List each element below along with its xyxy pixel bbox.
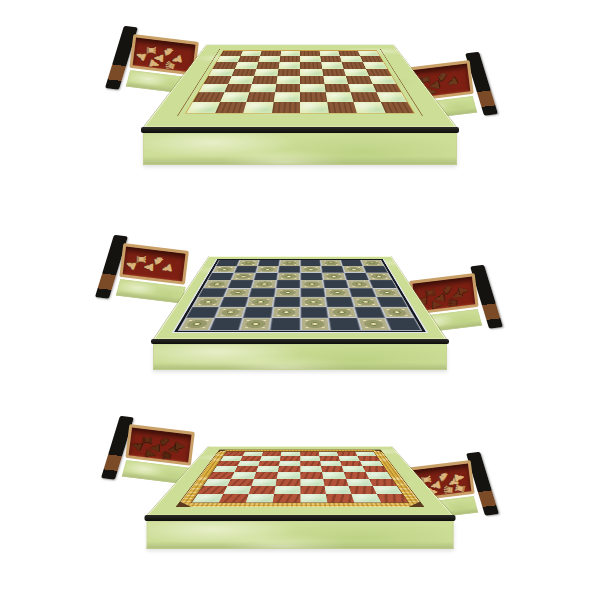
chess-square — [325, 494, 354, 503]
chess-square — [249, 288, 275, 297]
chess-square — [341, 260, 363, 266]
chess-piece: ♟ — [160, 262, 174, 275]
chess-piece: ♛ — [446, 297, 459, 308]
chess-square — [300, 102, 328, 113]
chess-square — [327, 307, 356, 318]
chess-square — [249, 486, 276, 494]
chess-square — [272, 102, 300, 113]
chess-square — [186, 307, 218, 318]
chess-square — [380, 102, 413, 113]
chess-square — [273, 92, 300, 102]
field-border — [177, 49, 423, 116]
chess-square — [278, 266, 299, 272]
chess-square — [179, 318, 214, 330]
field-border — [174, 259, 426, 332]
chess-square — [275, 84, 300, 93]
drawer-felt-well: ♟♜♟♞♟♟♛♟ — [125, 424, 195, 466]
chess-square — [361, 260, 384, 266]
field-inner-line — [191, 451, 409, 502]
chess-square — [325, 92, 353, 102]
chess-square — [324, 84, 351, 93]
chess-square — [224, 288, 251, 297]
chess-square — [270, 318, 299, 330]
chess-square — [243, 307, 272, 318]
terracotta-mint-mosaic-chess-box: ♟♜♟♞♟♟♛♟ ♟♜♟♞♟♟♛♟♜♟ — [0, 428, 600, 549]
edge-trim — [145, 515, 456, 521]
chess-square — [372, 84, 401, 93]
chess-square — [300, 92, 327, 102]
chess-square — [326, 297, 354, 307]
chess-piece: ♜ — [453, 482, 467, 495]
chess-square — [347, 280, 373, 288]
chess-square — [322, 69, 346, 76]
chess-square — [321, 260, 342, 266]
chess-square — [228, 280, 254, 288]
chess-square — [275, 288, 300, 297]
chess-board-grid — [192, 452, 408, 503]
edge-trim — [141, 127, 459, 133]
chess-square — [203, 280, 230, 288]
chess-square — [193, 297, 223, 307]
chess-square — [234, 266, 257, 272]
chess-square — [252, 479, 277, 486]
chess-square — [249, 84, 276, 93]
green-onyx-walnut-chess-box: ♟♜♟♞♟♟♛ ♟♜♟♞♟♟ — [0, 20, 600, 165]
chess-square — [321, 266, 343, 272]
box-front — [147, 521, 454, 549]
chess-square — [254, 273, 277, 280]
chess-board-grid — [186, 51, 413, 114]
chess-square — [344, 69, 369, 76]
navy-brass-arabesque-chess-box: ♟♜♟♞♟ ♟♜♟♞♟♟♛♟ — [0, 235, 600, 370]
chess-square — [329, 318, 360, 330]
field-inner-line — [185, 50, 415, 113]
chess-square — [323, 76, 348, 84]
chess-square — [275, 486, 300, 494]
chess-square — [343, 266, 366, 272]
chess-square — [300, 76, 324, 84]
chess-square — [352, 297, 381, 307]
chess-square — [369, 76, 397, 84]
chess-square — [365, 69, 391, 76]
chess-square — [277, 273, 299, 280]
chess-square — [246, 92, 274, 102]
chess-square — [300, 307, 328, 318]
chess-square — [273, 494, 300, 503]
chess-square — [300, 273, 322, 280]
chess-square — [327, 102, 357, 113]
chess-square — [300, 260, 320, 266]
chess-square — [354, 307, 385, 318]
chess-square — [198, 288, 226, 297]
chess-square — [325, 288, 351, 297]
chess-square — [300, 266, 321, 272]
chess-square — [324, 280, 349, 288]
chess-piece: ♟ — [430, 299, 443, 310]
chess-square — [300, 479, 324, 486]
drawer-felt-well: ♟♜♟♞♟ — [119, 243, 189, 285]
chess-square — [246, 494, 275, 503]
chess-piece: ♟ — [456, 285, 469, 297]
chess-square — [322, 273, 345, 280]
chess-square — [209, 318, 242, 330]
chess-piece: ♛ — [163, 59, 178, 73]
chess-square — [349, 288, 376, 297]
chess-square — [224, 84, 252, 93]
chess-square — [300, 486, 325, 494]
chess-box-product-stack: ♟♜♟♞♟♟♛ ♟♜♟♞♟♟ — [0, 20, 600, 549]
chess-square — [243, 102, 273, 113]
chess-square — [358, 318, 391, 330]
chess-board-grid — [178, 260, 422, 331]
chess-square — [224, 486, 252, 494]
edge-trim — [151, 339, 449, 344]
chess-square — [364, 266, 388, 272]
chess-square — [372, 486, 402, 494]
chess-piece: ♟ — [173, 440, 186, 452]
chess-square — [373, 288, 401, 297]
chess-square — [323, 479, 348, 486]
chess-piece: ♟ — [147, 57, 162, 71]
chess-square — [237, 260, 259, 266]
chess-square — [381, 307, 413, 318]
chess-square — [300, 318, 329, 330]
chess-square — [300, 280, 324, 288]
chess-piece: ♟ — [143, 447, 158, 461]
chess-square — [273, 297, 299, 307]
field-inner-line — [178, 260, 422, 331]
chess-square — [212, 266, 236, 272]
box-front — [143, 133, 457, 165]
chess-square — [258, 260, 279, 266]
chess-square — [376, 494, 408, 503]
chess-square — [215, 102, 247, 113]
chess-square — [246, 297, 274, 307]
chess-square — [254, 69, 278, 76]
chess-square — [215, 307, 246, 318]
chess-square — [369, 479, 397, 486]
chess-square — [324, 486, 351, 494]
chess-square — [231, 69, 256, 76]
chess-square — [345, 273, 369, 280]
box-front — [153, 344, 447, 370]
chess-square — [276, 76, 300, 84]
chess-square — [300, 69, 323, 76]
chess-square — [367, 273, 392, 280]
chess-square — [240, 318, 271, 330]
chess-square — [276, 479, 300, 486]
chess-square — [370, 280, 397, 288]
chess-square — [277, 69, 300, 76]
chess-square — [386, 318, 421, 330]
chess-square — [256, 266, 278, 272]
chess-square — [208, 273, 233, 280]
chess-square — [279, 260, 299, 266]
chess-square — [252, 280, 277, 288]
chess-square — [231, 273, 255, 280]
chess-square — [220, 92, 250, 102]
chess-square — [228, 76, 254, 84]
chess-square — [276, 280, 300, 288]
chess-square — [300, 288, 325, 297]
chess-square — [252, 76, 277, 84]
chess-square — [300, 84, 325, 93]
field-border — [175, 450, 424, 508]
chess-square — [216, 260, 239, 266]
chess-square — [377, 297, 407, 307]
chess-square — [219, 494, 249, 503]
chess-square — [376, 92, 407, 102]
chess-square — [272, 307, 300, 318]
chess-square — [300, 494, 327, 503]
chess-square — [220, 297, 249, 307]
chess-square — [300, 297, 326, 307]
chess-square — [228, 479, 255, 486]
